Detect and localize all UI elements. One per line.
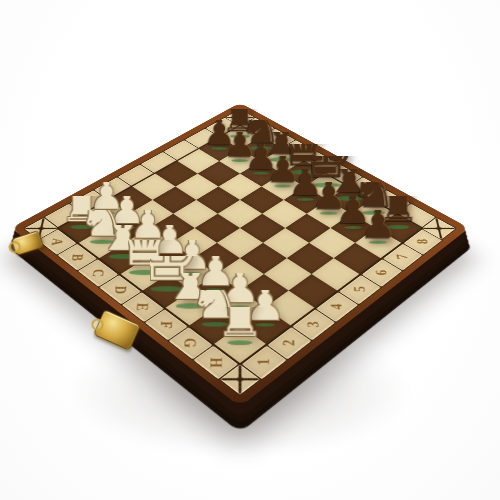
rank-label-label: 5 <box>352 287 369 293</box>
chess-set-photo: ABCDEFGH87654321♜♞♝♛♚♝♞♜♟♟♟♟♟♟♟♟♟♟♟♟♟♟♟♟… <box>0 0 500 500</box>
file-label-label: A <box>49 238 66 245</box>
file-label-label: H <box>207 357 225 367</box>
rank-label-label: 4 <box>329 304 346 310</box>
brass-clasp-left-icon <box>11 230 44 256</box>
rank-label-label: 7 <box>394 254 410 259</box>
file-label-label: B <box>69 254 86 261</box>
border-corner-cross-tr <box>420 217 457 241</box>
border-corner-cross-tl <box>224 109 256 127</box>
file-label-label: F <box>157 321 174 328</box>
rank-label-label: 1 <box>255 359 273 365</box>
file-label-label: C <box>90 269 107 277</box>
rank-label-label: 3 <box>305 321 322 327</box>
file-label-label: G <box>182 338 200 348</box>
file-label-label: E <box>134 303 151 311</box>
file-label-label: D <box>111 285 128 293</box>
rank-label-label: 2 <box>281 340 298 346</box>
rank-label-label: 8 <box>415 239 431 244</box>
border-corner-cross-br <box>218 363 261 396</box>
rank-label-label: 6 <box>373 270 390 275</box>
